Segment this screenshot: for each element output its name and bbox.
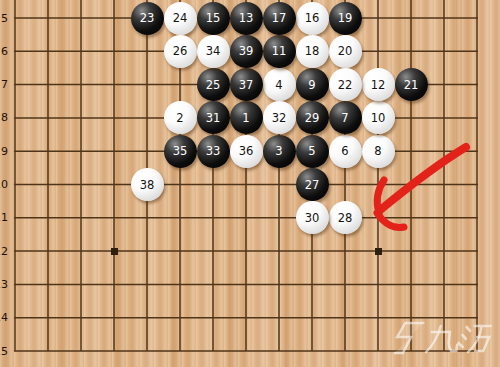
stone-2: 2 [164, 101, 197, 134]
row-label-14: 14 [0, 312, 8, 323]
stone-12: 12 [362, 68, 395, 101]
row-label-11: 11 [0, 212, 8, 223]
stone-24: 24 [164, 2, 197, 35]
row-label-5: 5 [0, 13, 8, 24]
stone-25: 25 [197, 68, 230, 101]
stone-7: 7 [329, 101, 362, 134]
stone-18: 18 [296, 35, 329, 68]
stone-6: 6 [329, 135, 362, 168]
stone-13: 13 [230, 2, 263, 35]
stone-11: 11 [263, 35, 296, 68]
row-label-6: 6 [0, 46, 8, 57]
row-label-7: 7 [0, 79, 8, 90]
stone-28: 28 [329, 201, 362, 234]
row-label-13: 13 [0, 279, 8, 290]
stone-19: 19 [329, 2, 362, 35]
stone-17: 17 [263, 2, 296, 35]
stone-20: 20 [329, 35, 362, 68]
stone-36: 36 [230, 135, 263, 168]
stone-29: 29 [296, 101, 329, 134]
stone-15: 15 [197, 2, 230, 35]
gomoku-board[interactable]: 56789101112131415 1234567891011121315161… [0, 0, 500, 367]
stone-23: 23 [131, 2, 164, 35]
stone-10: 10 [362, 101, 395, 134]
stone-3: 3 [263, 135, 296, 168]
stone-37: 37 [230, 68, 263, 101]
stone-27: 27 [296, 168, 329, 201]
stone-38: 38 [131, 168, 164, 201]
stone-8: 8 [362, 135, 395, 168]
stone-39: 39 [230, 35, 263, 68]
stone-34: 34 [197, 35, 230, 68]
row-label-12: 12 [0, 246, 8, 257]
star-point [111, 248, 118, 255]
stone-22: 22 [329, 68, 362, 101]
star-point [375, 248, 382, 255]
row-label-8: 8 [0, 112, 8, 123]
row-label-9: 9 [0, 146, 8, 157]
stone-35: 35 [164, 135, 197, 168]
stone-4: 4 [263, 68, 296, 101]
stone-32: 32 [263, 101, 296, 134]
stone-9: 9 [296, 68, 329, 101]
stone-5: 5 [296, 135, 329, 168]
row-label-15: 15 [0, 346, 8, 357]
stone-26: 26 [164, 35, 197, 68]
stone-1: 1 [230, 101, 263, 134]
stone-16: 16 [296, 2, 329, 35]
stone-30: 30 [296, 201, 329, 234]
stone-33: 33 [197, 135, 230, 168]
stone-21: 21 [395, 68, 428, 101]
stone-31: 31 [197, 101, 230, 134]
watermark-jiuyou-logo [390, 317, 498, 363]
row-label-10: 10 [0, 179, 8, 190]
